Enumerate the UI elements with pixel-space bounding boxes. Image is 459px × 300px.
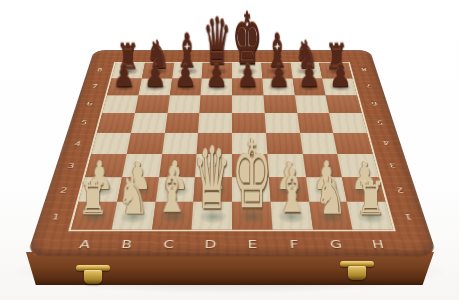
- square-g6: [294, 95, 329, 113]
- white-rook: ♜: [78, 177, 109, 222]
- file-labels: ABCDEFGH: [61, 231, 402, 256]
- square-g4: [300, 133, 338, 154]
- white-knight: ♞: [117, 171, 149, 222]
- square-d6: [200, 95, 232, 113]
- square-b4: [126, 133, 164, 154]
- square-g5: [297, 113, 333, 133]
- square-c7: ♟: [170, 78, 202, 95]
- square-g1: ♞: [309, 202, 353, 230]
- white-queen: ♛: [193, 137, 231, 222]
- black-pawn: ♟: [267, 60, 289, 91]
- square-a5: [97, 113, 135, 133]
- file-label-b: B: [104, 231, 150, 256]
- black-pawn: ♟: [174, 60, 196, 91]
- square-b7: ♟: [138, 78, 171, 95]
- square-a6: [102, 95, 138, 113]
- square-b6: [135, 95, 170, 113]
- white-king: ♚: [232, 128, 272, 222]
- black-pawn: ♟: [298, 60, 320, 91]
- file-label-d: D: [189, 231, 232, 256]
- white-rook: ♜: [356, 177, 387, 222]
- board-grid: ♜♞♝♛♚♝♞♜♟♟♟♟♟♟♟♟♟♟♟♟♟♟♟♟♜♞♝♛♚♝♞♜: [68, 62, 396, 231]
- square-d7: ♟: [201, 78, 232, 95]
- black-pawn: ♟: [143, 60, 165, 91]
- square-h4: [333, 133, 372, 154]
- square-g7: ♟: [292, 78, 325, 95]
- white-knight: ♞: [316, 171, 348, 222]
- brass-clasp-left: [76, 265, 110, 286]
- square-e7: ♟: [232, 78, 263, 95]
- white-bishop: ♝: [275, 161, 308, 222]
- file-label-g: G: [314, 231, 360, 256]
- rank-label-right-5: 5: [364, 113, 397, 133]
- black-pawn: ♟: [205, 60, 227, 91]
- square-f7: ♟: [262, 78, 294, 95]
- square-a4: [91, 133, 130, 154]
- rank-label-right-7: 7: [354, 78, 385, 95]
- file-label-e: E: [232, 231, 275, 256]
- file-label-c: C: [147, 231, 191, 256]
- square-e6: [232, 95, 264, 113]
- square-h1: ♜: [347, 202, 393, 230]
- square-b1: ♞: [111, 202, 155, 230]
- square-h6: [326, 95, 362, 113]
- black-pawn: ♟: [236, 60, 258, 91]
- brass-clasp-right: [340, 261, 374, 282]
- square-c6: [167, 95, 201, 113]
- rank-label-right-8: 8: [350, 62, 379, 78]
- square-e1: ♚: [232, 202, 272, 230]
- square-a1: ♜: [71, 202, 117, 230]
- clasp-hasp-icon: [348, 266, 366, 280]
- rank-label-right-6: 6: [359, 95, 391, 113]
- rank-label-right-4: 4: [369, 133, 404, 154]
- file-label-a: A: [61, 231, 109, 256]
- chess-board: ABCDEFGH 87654321 87654321 ♜♞♝♛♚♝♞♜♟♟♟♟♟…: [27, 50, 438, 257]
- square-h7: ♟: [322, 78, 357, 95]
- square-f6: [263, 95, 297, 113]
- square-d1: ♛: [192, 202, 232, 230]
- square-f1: ♝: [270, 202, 312, 230]
- square-c1: ♝: [152, 202, 194, 230]
- black-pawn: ♟: [112, 60, 134, 91]
- file-label-f: F: [273, 231, 317, 256]
- white-bishop: ♝: [156, 161, 189, 222]
- board-frame: ABCDEFGH 87654321 87654321 ♜♞♝♛♚♝♞♜♟♟♟♟♟…: [27, 50, 438, 257]
- clasp-hasp-icon: [84, 270, 102, 284]
- file-label-h: H: [355, 231, 403, 256]
- square-a7: ♟: [107, 78, 142, 95]
- square-b5: [131, 113, 167, 133]
- black-pawn: ♟: [329, 60, 351, 91]
- chess-set-photo: ABCDEFGH 87654321 87654321 ♜♞♝♛♚♝♞♜♟♟♟♟♟…: [0, 0, 459, 300]
- square-h5: [329, 113, 367, 133]
